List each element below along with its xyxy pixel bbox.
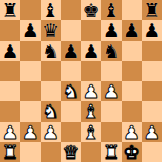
square-g3[interactable] [122, 101, 142, 121]
square-e4[interactable]: ♟ [81, 81, 101, 101]
square-a5[interactable] [0, 61, 20, 81]
square-h5[interactable] [142, 61, 162, 81]
square-c5[interactable] [41, 61, 61, 81]
white-queen-piece[interactable]: ♛ [62, 142, 79, 162]
square-c7[interactable]: ♛ [41, 20, 61, 40]
square-b8[interactable] [20, 0, 40, 20]
square-c3[interactable]: ♞ [41, 101, 61, 121]
black-queen-piece[interactable]: ♛ [42, 20, 59, 40]
square-f5[interactable] [101, 61, 121, 81]
square-f8[interactable]: ♝ [101, 0, 121, 20]
square-a8[interactable]: ♜ [0, 0, 20, 20]
square-d8[interactable] [61, 0, 81, 20]
square-f1[interactable]: ♜ [101, 142, 121, 162]
white-rook-piece[interactable]: ♜ [103, 142, 120, 162]
square-g2[interactable]: ♟ [122, 122, 142, 142]
white-pawn-piece[interactable]: ♟ [83, 81, 100, 101]
square-h7[interactable]: ♟ [142, 20, 162, 40]
square-b3[interactable] [20, 101, 40, 121]
square-f4[interactable]: ♟ [101, 81, 121, 101]
square-c4[interactable] [41, 81, 61, 101]
white-bishop-piece[interactable]: ♝ [83, 101, 100, 121]
square-e6[interactable]: ♟ [81, 41, 101, 61]
black-pawn-piece[interactable]: ♟ [103, 20, 120, 40]
square-d7[interactable] [61, 20, 81, 40]
square-a1[interactable]: ♜ [0, 142, 20, 162]
black-bishop-piece[interactable]: ♝ [42, 0, 59, 20]
square-a2[interactable]: ♟ [0, 122, 20, 142]
chess-board: ♜♝♚♝♜♟♛♟♟♟♟♞♟♟♞♞♟♟♞♝♟♟♟♝♟♟♜♛♜♚ [0, 0, 162, 162]
black-king-piece[interactable]: ♚ [83, 0, 100, 20]
square-d5[interactable] [61, 61, 81, 81]
white-pawn-piece[interactable]: ♟ [42, 122, 59, 142]
black-pawn-piece[interactable]: ♟ [143, 20, 160, 40]
square-d1[interactable]: ♛ [61, 142, 81, 162]
square-b4[interactable] [20, 81, 40, 101]
square-h6[interactable] [142, 41, 162, 61]
white-knight-piece[interactable]: ♞ [42, 101, 59, 121]
square-h3[interactable] [142, 101, 162, 121]
square-a7[interactable] [0, 20, 20, 40]
white-king-piece[interactable]: ♚ [123, 142, 140, 162]
black-knight-piece[interactable]: ♞ [103, 41, 120, 61]
square-c6[interactable]: ♞ [41, 41, 61, 61]
square-e5[interactable] [81, 61, 101, 81]
white-pawn-piece[interactable]: ♟ [2, 122, 19, 142]
square-g4[interactable] [122, 81, 142, 101]
square-d4[interactable]: ♞ [61, 81, 81, 101]
black-pawn-piece[interactable]: ♟ [22, 20, 39, 40]
black-pawn-piece[interactable]: ♟ [83, 41, 100, 61]
white-pawn-piece[interactable]: ♟ [103, 81, 120, 101]
square-h4[interactable] [142, 81, 162, 101]
black-knight-piece[interactable]: ♞ [42, 41, 59, 61]
square-g8[interactable] [122, 0, 142, 20]
square-e2[interactable]: ♝ [81, 122, 101, 142]
square-e8[interactable]: ♚ [81, 0, 101, 20]
square-b7[interactable]: ♟ [20, 20, 40, 40]
square-g1[interactable]: ♚ [122, 142, 142, 162]
square-d6[interactable]: ♟ [61, 41, 81, 61]
square-c1[interactable] [41, 142, 61, 162]
square-g6[interactable] [122, 41, 142, 61]
white-pawn-piece[interactable]: ♟ [143, 122, 160, 142]
square-f3[interactable] [101, 101, 121, 121]
square-c8[interactable]: ♝ [41, 0, 61, 20]
square-d2[interactable] [61, 122, 81, 142]
white-bishop-piece[interactable]: ♝ [83, 122, 100, 142]
square-g7[interactable]: ♟ [122, 20, 142, 40]
square-e1[interactable] [81, 142, 101, 162]
square-b1[interactable] [20, 142, 40, 162]
square-f2[interactable] [101, 122, 121, 142]
black-pawn-piece[interactable]: ♟ [2, 41, 19, 61]
square-f7[interactable]: ♟ [101, 20, 121, 40]
square-h1[interactable] [142, 142, 162, 162]
black-rook-piece[interactable]: ♜ [143, 0, 160, 20]
square-e7[interactable] [81, 20, 101, 40]
white-knight-piece[interactable]: ♞ [62, 81, 79, 101]
square-g5[interactable] [122, 61, 142, 81]
square-f6[interactable]: ♞ [101, 41, 121, 61]
black-pawn-piece[interactable]: ♟ [123, 20, 140, 40]
square-e3[interactable]: ♝ [81, 101, 101, 121]
white-pawn-piece[interactable]: ♟ [123, 122, 140, 142]
square-a4[interactable] [0, 81, 20, 101]
black-rook-piece[interactable]: ♜ [2, 0, 19, 20]
square-c2[interactable]: ♟ [41, 122, 61, 142]
square-d3[interactable] [61, 101, 81, 121]
square-h2[interactable]: ♟ [142, 122, 162, 142]
square-b5[interactable] [20, 61, 40, 81]
square-b2[interactable]: ♟ [20, 122, 40, 142]
square-a6[interactable]: ♟ [0, 41, 20, 61]
square-a3[interactable] [0, 101, 20, 121]
black-bishop-piece[interactable]: ♝ [103, 0, 120, 20]
black-pawn-piece[interactable]: ♟ [62, 41, 79, 61]
white-pawn-piece[interactable]: ♟ [22, 122, 39, 142]
square-b6[interactable] [20, 41, 40, 61]
square-h8[interactable]: ♜ [142, 0, 162, 20]
white-rook-piece[interactable]: ♜ [2, 142, 19, 162]
